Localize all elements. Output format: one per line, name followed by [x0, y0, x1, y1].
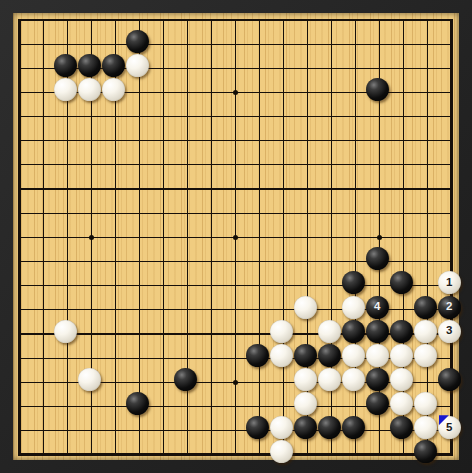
grid-line-horizontal	[18, 44, 453, 45]
stone-black	[294, 416, 317, 439]
stone-black	[390, 416, 413, 439]
stone-black	[246, 344, 269, 367]
stone-black	[414, 440, 437, 463]
hoshi-point	[233, 235, 238, 240]
stone-black	[366, 78, 389, 101]
stone-black	[318, 416, 341, 439]
stone-black	[342, 416, 365, 439]
stone-white	[318, 320, 341, 343]
grid-line-horizontal	[18, 116, 453, 117]
stone-black	[342, 320, 365, 343]
grid-line-horizontal	[18, 430, 453, 431]
stone-black	[438, 368, 461, 391]
stone-white	[270, 344, 293, 367]
stone-white	[342, 296, 365, 319]
stone-white	[270, 416, 293, 439]
stone-white	[342, 344, 365, 367]
stone-white	[294, 392, 317, 415]
grid-line-horizontal	[18, 188, 453, 189]
stone-black	[390, 320, 413, 343]
stone-white	[414, 392, 437, 415]
stone-white	[390, 392, 413, 415]
stone-white	[54, 320, 77, 343]
stone-black	[126, 30, 149, 53]
stone-white	[318, 368, 341, 391]
move-number-label: 1	[438, 271, 461, 294]
stone-black	[366, 368, 389, 391]
grid-line-horizontal	[18, 19, 453, 22]
hoshi-point	[89, 235, 94, 240]
grid-line-horizontal	[18, 285, 453, 286]
stone-black	[318, 344, 341, 367]
go-board-screenshot: 14235	[0, 0, 472, 473]
stone-black	[414, 296, 437, 319]
stone-white	[78, 78, 101, 101]
stone-white	[54, 78, 77, 101]
stone-white: 5	[438, 416, 461, 439]
stone-white	[270, 320, 293, 343]
move-number-label: 3	[438, 320, 461, 343]
stone-white	[390, 344, 413, 367]
stone-black	[102, 54, 125, 77]
stone-black	[366, 392, 389, 415]
stone-black	[78, 54, 101, 77]
stone-white	[414, 416, 437, 439]
stone-white	[342, 368, 365, 391]
stone-white	[294, 368, 317, 391]
hoshi-point	[233, 90, 238, 95]
stone-black: 4	[366, 296, 389, 319]
hoshi-point	[377, 235, 382, 240]
grid-line-horizontal	[18, 140, 453, 141]
stone-white	[102, 78, 125, 101]
stone-white: 1	[438, 271, 461, 294]
stone-black	[246, 416, 269, 439]
stone-white	[390, 368, 413, 391]
stone-black	[174, 368, 197, 391]
stone-white	[270, 440, 293, 463]
grid-line-horizontal	[18, 164, 453, 165]
grid-line-horizontal	[18, 453, 453, 456]
stone-black	[54, 54, 77, 77]
stone-black: 2	[438, 296, 461, 319]
stone-white	[294, 296, 317, 319]
stone-white	[414, 344, 437, 367]
stone-white	[78, 368, 101, 391]
stone-black	[390, 271, 413, 294]
stone-black	[126, 392, 149, 415]
stone-white	[414, 320, 437, 343]
stone-black	[342, 271, 365, 294]
stone-black	[294, 344, 317, 367]
stone-black	[366, 247, 389, 270]
board-layer[interactable]: 14235	[0, 0, 472, 473]
stone-black	[366, 320, 389, 343]
move-number-label: 4	[366, 296, 389, 319]
grid-line-horizontal	[18, 213, 453, 214]
stone-white	[126, 54, 149, 77]
stone-white: 3	[438, 320, 461, 343]
move-number-label: 2	[438, 296, 461, 319]
stone-white	[366, 344, 389, 367]
hoshi-point	[233, 380, 238, 385]
